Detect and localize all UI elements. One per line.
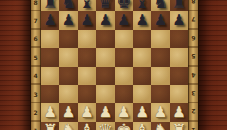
piece-black-pawn[interactable]: ♟ <box>170 11 188 29</box>
square-h3[interactable] <box>170 85 188 103</box>
square-d3[interactable] <box>96 85 114 103</box>
rank-label-right-3: 3 <box>189 85 198 103</box>
square-a5[interactable] <box>41 48 59 66</box>
piece-white-pawn[interactable]: ♟ <box>133 103 151 121</box>
square-e5[interactable] <box>115 48 133 66</box>
square-d5[interactable] <box>96 48 114 66</box>
square-d7[interactable]: ♟ <box>96 11 114 29</box>
piece-black-pawn[interactable]: ♟ <box>78 11 96 29</box>
rank-label-left-3: 3 <box>31 85 40 103</box>
square-e6[interactable] <box>115 30 133 48</box>
piece-white-pawn[interactable]: ♟ <box>41 103 59 121</box>
square-g6[interactable] <box>151 30 169 48</box>
rank-label-right-5: 5 <box>189 48 198 66</box>
square-f7[interactable]: ♟ <box>133 11 151 29</box>
piece-black-bishop[interactable]: ♝ <box>133 0 151 11</box>
square-b3[interactable] <box>59 85 77 103</box>
piece-white-pawn[interactable]: ♟ <box>151 103 169 121</box>
piece-white-knight[interactable]: ♞ <box>59 122 77 130</box>
square-e8[interactable]: ♚ <box>115 0 133 11</box>
rank-label-left-4: 4 <box>31 67 40 85</box>
square-h1[interactable]: ♜ <box>170 122 188 130</box>
square-b8[interactable]: ♞ <box>59 0 77 11</box>
square-f5[interactable] <box>133 48 151 66</box>
square-c4[interactable] <box>78 67 96 85</box>
piece-white-pawn[interactable]: ♟ <box>59 103 77 121</box>
square-c1[interactable]: ♝ <box>78 122 96 130</box>
piece-black-rook[interactable]: ♜ <box>41 0 59 11</box>
square-a8[interactable]: ♜ <box>41 0 59 11</box>
square-e1[interactable]: ♚ <box>115 122 133 130</box>
piece-white-pawn[interactable]: ♟ <box>96 103 114 121</box>
rank-labels-left: 87654321 <box>31 0 41 130</box>
square-g1[interactable]: ♞ <box>151 122 169 130</box>
square-e4[interactable] <box>115 67 133 85</box>
square-g3[interactable] <box>151 85 169 103</box>
square-h8[interactable]: ♜ <box>170 0 188 11</box>
piece-black-pawn[interactable]: ♟ <box>59 11 77 29</box>
square-f8[interactable]: ♝ <box>133 0 151 11</box>
square-c6[interactable] <box>78 30 96 48</box>
piece-white-pawn[interactable]: ♟ <box>78 103 96 121</box>
piece-black-knight[interactable]: ♞ <box>59 0 77 11</box>
rank-label-left-7: 7 <box>31 11 40 29</box>
piece-white-pawn[interactable]: ♟ <box>115 103 133 121</box>
piece-white-pawn[interactable]: ♟ <box>170 103 188 121</box>
square-c5[interactable] <box>78 48 96 66</box>
square-a7[interactable]: ♟ <box>41 11 59 29</box>
square-c8[interactable]: ♝ <box>78 0 96 11</box>
square-g7[interactable]: ♟ <box>151 11 169 29</box>
piece-black-pawn[interactable]: ♟ <box>151 11 169 29</box>
square-a3[interactable] <box>41 85 59 103</box>
square-g8[interactable]: ♞ <box>151 0 169 11</box>
piece-black-king[interactable]: ♚ <box>115 0 133 11</box>
rank-label-right-4: 4 <box>189 67 198 85</box>
square-b4[interactable] <box>59 67 77 85</box>
rank-label-left-2: 2 <box>31 103 40 121</box>
chess-app-window: 87654321 ♜♞♝♛♚♝♞♜♟♟♟♟♟♟♟♟♟♟♟♟♟♟♟♟♜♞♝♛♚♝♞… <box>0 0 227 130</box>
square-d2[interactable]: ♟ <box>96 103 114 121</box>
square-a1[interactable]: ♜ <box>41 122 59 130</box>
square-c3[interactable] <box>78 85 96 103</box>
rank-label-left-6: 6 <box>31 30 40 48</box>
square-f1[interactable]: ♝ <box>133 122 151 130</box>
piece-black-rook[interactable]: ♜ <box>170 0 188 11</box>
rank-label-left-1: 1 <box>31 122 40 130</box>
piece-black-pawn[interactable]: ♟ <box>41 11 59 29</box>
chess-board: 87654321 ♜♞♝♛♚♝♞♜♟♟♟♟♟♟♟♟♟♟♟♟♟♟♟♟♜♞♝♛♚♝♞… <box>30 0 199 130</box>
square-b2[interactable]: ♟ <box>59 103 77 121</box>
square-a4[interactable] <box>41 67 59 85</box>
square-b5[interactable] <box>59 48 77 66</box>
square-d4[interactable] <box>96 67 114 85</box>
square-g4[interactable] <box>151 67 169 85</box>
piece-white-king[interactable]: ♚ <box>115 122 133 130</box>
rank-label-left-5: 5 <box>31 48 40 66</box>
rank-label-left-8: 8 <box>31 0 40 11</box>
piece-white-bishop[interactable]: ♝ <box>78 122 96 130</box>
square-g2[interactable]: ♟ <box>151 103 169 121</box>
square-b7[interactable]: ♟ <box>59 11 77 29</box>
rank-label-right-1: 1 <box>189 122 198 130</box>
square-f6[interactable] <box>133 30 151 48</box>
square-d1[interactable]: ♛ <box>96 122 114 130</box>
piece-white-knight[interactable]: ♞ <box>151 122 169 130</box>
square-e2[interactable]: ♟ <box>115 103 133 121</box>
square-b1[interactable]: ♞ <box>59 122 77 130</box>
piece-black-bishop[interactable]: ♝ <box>78 0 96 11</box>
square-d8[interactable]: ♛ <box>96 0 114 11</box>
square-e7[interactable]: ♟ <box>115 11 133 29</box>
piece-white-rook[interactable]: ♜ <box>170 122 188 130</box>
square-b6[interactable] <box>59 30 77 48</box>
square-h5[interactable] <box>170 48 188 66</box>
square-h4[interactable] <box>170 67 188 85</box>
piece-white-rook[interactable]: ♜ <box>41 122 59 130</box>
square-a2[interactable]: ♟ <box>41 103 59 121</box>
square-c2[interactable]: ♟ <box>78 103 96 121</box>
piece-black-knight[interactable]: ♞ <box>151 0 169 11</box>
rank-label-right-6: 6 <box>189 30 198 48</box>
square-h2[interactable]: ♟ <box>170 103 188 121</box>
rank-label-right-2: 2 <box>189 103 198 121</box>
square-f2[interactable]: ♟ <box>133 103 151 121</box>
square-c7[interactable]: ♟ <box>78 11 96 29</box>
square-h7[interactable]: ♟ <box>170 11 188 29</box>
rank-label-right-7: 7 <box>189 11 198 29</box>
piece-black-pawn[interactable]: ♟ <box>96 11 114 29</box>
square-f3[interactable] <box>133 85 151 103</box>
board-grid: ♜♞♝♛♚♝♞♜♟♟♟♟♟♟♟♟♟♟♟♟♟♟♟♟♜♞♝♛♚♝♞♜ <box>41 0 188 130</box>
rank-labels-right: 87654321 <box>188 0 198 130</box>
square-h6[interactable] <box>170 30 188 48</box>
piece-black-queen[interactable]: ♛ <box>96 0 114 11</box>
piece-white-bishop[interactable]: ♝ <box>133 122 151 130</box>
square-d6[interactable] <box>96 30 114 48</box>
square-g5[interactable] <box>151 48 169 66</box>
rank-label-right-8: 8 <box>189 0 198 11</box>
piece-white-queen[interactable]: ♛ <box>96 122 114 130</box>
square-e3[interactable] <box>115 85 133 103</box>
piece-black-pawn[interactable]: ♟ <box>115 11 133 29</box>
piece-black-pawn[interactable]: ♟ <box>133 11 151 29</box>
square-a6[interactable] <box>41 30 59 48</box>
square-f4[interactable] <box>133 67 151 85</box>
